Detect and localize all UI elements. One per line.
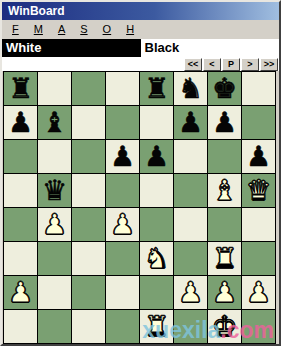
piece-black-queen[interactable]: ♛	[42, 174, 67, 207]
piece-white-pawn[interactable]: ♟	[42, 208, 67, 241]
square-d7[interactable]	[106, 106, 139, 139]
square-f4[interactable]	[174, 208, 207, 241]
square-h2[interactable]: ♟	[242, 276, 275, 309]
square-e8[interactable]: ♜	[140, 72, 173, 105]
square-h8[interactable]	[242, 72, 275, 105]
square-f1[interactable]	[174, 310, 207, 343]
square-f6[interactable]	[174, 140, 207, 173]
piece-black-pawn[interactable]: ♟	[212, 106, 237, 139]
square-h6[interactable]: ♟	[242, 140, 275, 173]
winboard-window: WinBoard F M A S O H White Black << < P …	[0, 0, 281, 346]
piece-white-queen[interactable]: ♛	[246, 174, 271, 207]
square-a5[interactable]	[4, 174, 37, 207]
clock-bar: White Black	[2, 39, 279, 57]
square-g3[interactable]: ♜	[208, 242, 241, 275]
square-b6[interactable]	[38, 140, 71, 173]
fast-forward-button[interactable]: >>	[260, 58, 278, 71]
square-a7[interactable]: ♟	[4, 106, 37, 139]
square-d8[interactable]	[106, 72, 139, 105]
square-e2[interactable]	[140, 276, 173, 309]
square-a6[interactable]	[4, 140, 37, 173]
square-e3[interactable]: ♞	[140, 242, 173, 275]
square-b4[interactable]: ♟	[38, 208, 71, 241]
square-d2[interactable]	[106, 276, 139, 309]
board-grid: ♜♜♞♚♟♝♟♟♟♟♟♛♝♛♟♟♞♜♟♟♟♟♜♚	[3, 71, 276, 344]
square-c8[interactable]	[72, 72, 105, 105]
square-b3[interactable]	[38, 242, 71, 275]
menu-action[interactable]: A	[58, 23, 65, 35]
square-e7[interactable]	[140, 106, 173, 139]
square-e4[interactable]	[140, 208, 173, 241]
square-c5[interactable]	[72, 174, 105, 207]
square-g7[interactable]: ♟	[208, 106, 241, 139]
square-a3[interactable]	[4, 242, 37, 275]
square-a4[interactable]	[4, 208, 37, 241]
square-b5[interactable]: ♛	[38, 174, 71, 207]
square-g2[interactable]: ♟	[208, 276, 241, 309]
square-d5[interactable]	[106, 174, 139, 207]
piece-black-pawn[interactable]: ♟	[144, 140, 169, 173]
window-title: WinBoard	[8, 2, 65, 20]
square-f7[interactable]: ♟	[174, 106, 207, 139]
square-g8[interactable]: ♚	[208, 72, 241, 105]
square-h7[interactable]	[242, 106, 275, 139]
piece-white-rook[interactable]: ♜	[144, 310, 169, 343]
square-c6[interactable]	[72, 140, 105, 173]
square-c4[interactable]	[72, 208, 105, 241]
square-c1[interactable]	[72, 310, 105, 343]
pause-button[interactable]: P	[222, 58, 240, 71]
white-clock[interactable]: White	[2, 39, 141, 57]
piece-black-knight[interactable]: ♞	[178, 72, 203, 105]
menu-file[interactable]: F	[12, 23, 19, 35]
square-d4[interactable]: ♟	[106, 208, 139, 241]
square-g6[interactable]	[208, 140, 241, 173]
square-f8[interactable]: ♞	[174, 72, 207, 105]
square-g5[interactable]: ♝	[208, 174, 241, 207]
piece-black-rook[interactable]: ♜	[8, 72, 33, 105]
square-h4[interactable]	[242, 208, 275, 241]
piece-white-pawn[interactable]: ♟	[110, 208, 135, 241]
black-clock[interactable]: Black	[141, 39, 280, 57]
square-b1[interactable]	[38, 310, 71, 343]
piece-white-pawn[interactable]: ♟	[246, 276, 271, 309]
piece-white-king[interactable]: ♚	[212, 310, 237, 343]
message-bar: << < P > >>	[2, 57, 279, 71]
piece-black-pawn[interactable]: ♟	[178, 106, 203, 139]
square-f2[interactable]: ♟	[174, 276, 207, 309]
square-b8[interactable]	[38, 72, 71, 105]
chess-board: ♜♜♞♚♟♝♟♟♟♟♟♛♝♛♟♟♞♜♟♟♟♟♜♚ xuexila.com	[3, 71, 276, 344]
square-g1[interactable]: ♚	[208, 310, 241, 343]
square-c7[interactable]	[72, 106, 105, 139]
square-g4[interactable]	[208, 208, 241, 241]
piece-black-bishop[interactable]: ♝	[42, 106, 67, 139]
square-b2[interactable]	[38, 276, 71, 309]
rewind-button[interactable]: <<	[184, 58, 202, 71]
title-bar[interactable]: WinBoard	[2, 2, 279, 20]
square-e5[interactable]	[140, 174, 173, 207]
square-a8[interactable]: ♜	[4, 72, 37, 105]
back-button[interactable]: <	[203, 58, 221, 71]
menu-step[interactable]: S	[80, 23, 87, 35]
square-c2[interactable]	[72, 276, 105, 309]
piece-black-pawn[interactable]: ♟	[110, 140, 135, 173]
piece-white-rook[interactable]: ♜	[212, 242, 237, 275]
square-e1[interactable]: ♜	[140, 310, 173, 343]
piece-black-king[interactable]: ♚	[212, 72, 237, 105]
piece-white-pawn[interactable]: ♟	[212, 276, 237, 309]
square-c3[interactable]	[72, 242, 105, 275]
square-d1[interactable]	[106, 310, 139, 343]
square-e6[interactable]: ♟	[140, 140, 173, 173]
square-d6[interactable]: ♟	[106, 140, 139, 173]
piece-black-pawn[interactable]: ♟	[246, 140, 271, 173]
piece-black-pawn[interactable]: ♟	[8, 106, 33, 139]
square-h1[interactable]	[242, 310, 275, 343]
square-f5[interactable]	[174, 174, 207, 207]
square-d3[interactable]	[106, 242, 139, 275]
square-a2[interactable]: ♟	[4, 276, 37, 309]
piece-white-bishop[interactable]: ♝	[212, 174, 237, 207]
square-h5[interactable]: ♛	[242, 174, 275, 207]
menu-bar: F M A S O H	[2, 20, 279, 39]
square-f3[interactable]	[174, 242, 207, 275]
menu-options[interactable]: O	[103, 23, 112, 35]
square-h3[interactable]	[242, 242, 275, 275]
menu-help[interactable]: H	[126, 23, 134, 35]
piece-white-pawn[interactable]: ♟	[178, 276, 203, 309]
piece-black-rook[interactable]: ♜	[144, 72, 169, 105]
square-b7[interactable]: ♝	[38, 106, 71, 139]
piece-white-pawn[interactable]: ♟	[8, 276, 33, 309]
menu-mode[interactable]: M	[34, 23, 43, 35]
piece-white-knight[interactable]: ♞	[144, 242, 169, 275]
square-a1[interactable]	[4, 310, 37, 343]
forward-button[interactable]: >	[241, 58, 259, 71]
